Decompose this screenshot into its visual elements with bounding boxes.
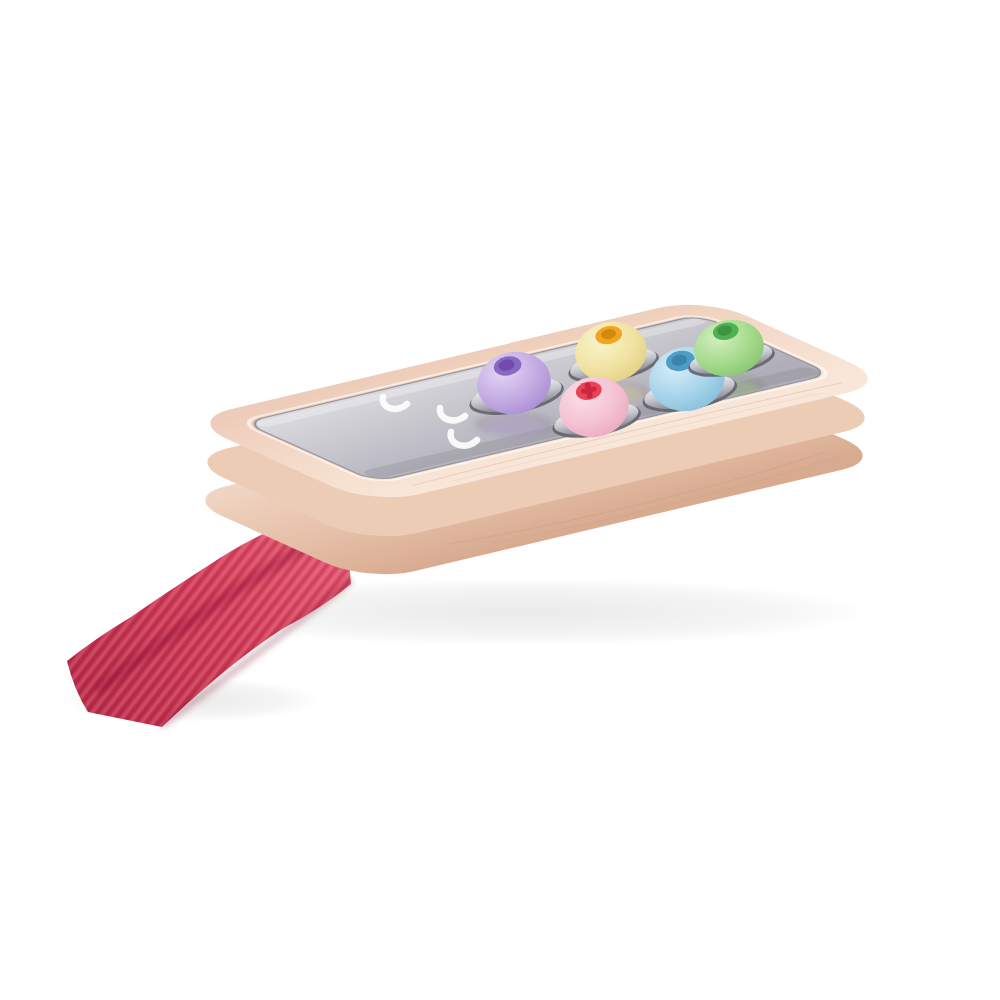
product-photo (0, 0, 1000, 1000)
purple-button-reflection (481, 416, 547, 436)
toy-phone-illustration (0, 0, 1000, 1000)
